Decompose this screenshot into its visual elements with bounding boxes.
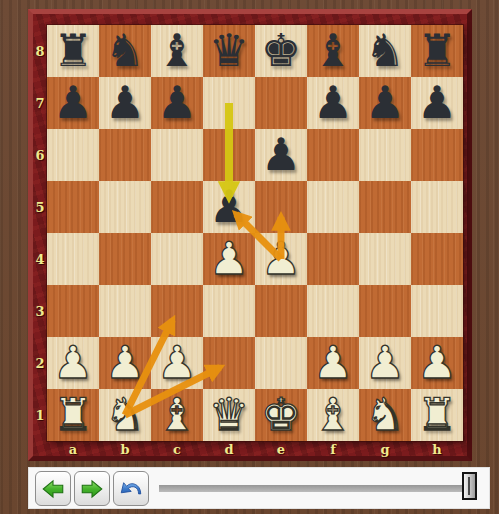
square-g4[interactable] bbox=[359, 233, 411, 285]
green-arrow-left-icon bbox=[40, 476, 66, 502]
square-d3[interactable] bbox=[203, 285, 255, 337]
square-b1[interactable]: ♞ bbox=[99, 389, 151, 441]
square-g7[interactable]: ♟ bbox=[359, 77, 411, 129]
square-f5[interactable] bbox=[307, 181, 359, 233]
piece-black-b-f8[interactable]: ♝ bbox=[313, 25, 353, 77]
file-label-f: f bbox=[307, 443, 359, 456]
piece-black-n-b8[interactable]: ♞ bbox=[105, 25, 145, 77]
piece-white-q-d1[interactable]: ♛ bbox=[209, 389, 249, 441]
square-b6[interactable] bbox=[99, 129, 151, 181]
file-label-d: d bbox=[203, 443, 255, 456]
forward-button[interactable] bbox=[74, 471, 110, 506]
piece-black-p-h7[interactable]: ♟ bbox=[417, 77, 457, 129]
square-c3[interactable] bbox=[151, 285, 203, 337]
square-e3[interactable] bbox=[255, 285, 307, 337]
square-g3[interactable] bbox=[359, 285, 411, 337]
piece-white-p-g2[interactable]: ♟ bbox=[365, 337, 405, 389]
piece-white-p-h2[interactable]: ♟ bbox=[417, 337, 457, 389]
square-a1[interactable]: ♜ bbox=[47, 389, 99, 441]
piece-black-r-h8[interactable]: ♜ bbox=[417, 25, 457, 77]
square-g5[interactable] bbox=[359, 181, 411, 233]
rank-label-8: 8 bbox=[33, 25, 47, 77]
square-e6[interactable]: ♟ bbox=[255, 129, 307, 181]
piece-black-p-g7[interactable]: ♟ bbox=[365, 77, 405, 129]
move-slider-handle[interactable] bbox=[462, 472, 477, 500]
square-g8[interactable]: ♞ bbox=[359, 25, 411, 77]
piece-black-r-a8[interactable]: ♜ bbox=[53, 25, 93, 77]
square-d6[interactable] bbox=[203, 129, 255, 181]
piece-black-p-a7[interactable]: ♟ bbox=[53, 77, 93, 129]
square-g6[interactable] bbox=[359, 129, 411, 181]
square-b5[interactable] bbox=[99, 181, 151, 233]
square-f6[interactable] bbox=[307, 129, 359, 181]
piece-black-p-e6[interactable]: ♟ bbox=[261, 129, 301, 181]
move-slider-track[interactable] bbox=[159, 485, 471, 492]
file-label-e: e bbox=[255, 443, 307, 456]
piece-black-k-e8[interactable]: ♚ bbox=[261, 25, 301, 77]
file-labels: abcdefgh bbox=[47, 443, 463, 456]
file-label-a: a bbox=[47, 443, 99, 456]
square-b8[interactable]: ♞ bbox=[99, 25, 151, 77]
square-a6[interactable] bbox=[47, 129, 99, 181]
square-b4[interactable] bbox=[99, 233, 151, 285]
square-f1[interactable]: ♝ bbox=[307, 389, 359, 441]
square-a2[interactable]: ♟ bbox=[47, 337, 99, 389]
piece-white-p-e4[interactable]: ♟ bbox=[261, 233, 301, 285]
board-grid: ♜♞♝♛♚♝♞♜♟♟♟♟♟♟♟♟♟♟♟♟♟♟♟♟♜♞♝♛♚♝♞♜ bbox=[47, 25, 463, 441]
square-c7[interactable]: ♟ bbox=[151, 77, 203, 129]
square-b7[interactable]: ♟ bbox=[99, 77, 151, 129]
square-d2[interactable] bbox=[203, 337, 255, 389]
square-h6[interactable] bbox=[411, 129, 463, 181]
rank-label-4: 4 bbox=[33, 233, 47, 285]
rank-label-3: 3 bbox=[33, 285, 47, 337]
rank-labels: 87654321 bbox=[33, 25, 47, 441]
file-label-g: g bbox=[359, 443, 411, 456]
square-e4[interactable]: ♟ bbox=[255, 233, 307, 285]
square-d5[interactable]: ♟ bbox=[203, 181, 255, 233]
green-arrow-right-icon bbox=[79, 476, 105, 502]
square-h3[interactable] bbox=[411, 285, 463, 337]
piece-white-p-b2[interactable]: ♟ bbox=[105, 337, 145, 389]
square-d8[interactable]: ♛ bbox=[203, 25, 255, 77]
square-c4[interactable] bbox=[151, 233, 203, 285]
square-b2[interactable]: ♟ bbox=[99, 337, 151, 389]
piece-black-q-d8[interactable]: ♛ bbox=[209, 25, 249, 77]
square-h7[interactable]: ♟ bbox=[411, 77, 463, 129]
piece-white-k-e1[interactable]: ♚ bbox=[261, 389, 301, 441]
piece-white-p-a2[interactable]: ♟ bbox=[53, 337, 93, 389]
square-h2[interactable]: ♟ bbox=[411, 337, 463, 389]
file-label-h: h bbox=[411, 443, 463, 456]
piece-white-p-d4[interactable]: ♟ bbox=[209, 233, 249, 285]
square-c1[interactable]: ♝ bbox=[151, 389, 203, 441]
piece-black-p-c7[interactable]: ♟ bbox=[157, 77, 197, 129]
square-a4[interactable] bbox=[47, 233, 99, 285]
square-e1[interactable]: ♚ bbox=[255, 389, 307, 441]
square-h8[interactable]: ♜ bbox=[411, 25, 463, 77]
piece-black-p-f7[interactable]: ♟ bbox=[313, 77, 353, 129]
square-a3[interactable] bbox=[47, 285, 99, 337]
square-b3[interactable] bbox=[99, 285, 151, 337]
rank-label-7: 7 bbox=[33, 77, 47, 129]
piece-white-r-a1[interactable]: ♜ bbox=[53, 389, 93, 441]
square-f7[interactable]: ♟ bbox=[307, 77, 359, 129]
file-label-b: b bbox=[99, 443, 151, 456]
square-a8[interactable]: ♜ bbox=[47, 25, 99, 77]
square-e5[interactable] bbox=[255, 181, 307, 233]
piece-white-b-c1[interactable]: ♝ bbox=[157, 389, 197, 441]
square-e8[interactable]: ♚ bbox=[255, 25, 307, 77]
piece-white-n-g1[interactable]: ♞ bbox=[365, 389, 405, 441]
piece-white-b-f1[interactable]: ♝ bbox=[313, 389, 353, 441]
square-c8[interactable]: ♝ bbox=[151, 25, 203, 77]
square-c5[interactable] bbox=[151, 181, 203, 233]
square-h1[interactable]: ♜ bbox=[411, 389, 463, 441]
piece-white-r-h1[interactable]: ♜ bbox=[417, 389, 457, 441]
square-d4[interactable]: ♟ bbox=[203, 233, 255, 285]
square-d1[interactable]: ♛ bbox=[203, 389, 255, 441]
piece-white-p-c2[interactable]: ♟ bbox=[157, 337, 197, 389]
undo-button[interactable] bbox=[113, 471, 149, 506]
piece-black-p-d5[interactable]: ♟ bbox=[209, 181, 249, 233]
back-button[interactable] bbox=[35, 471, 71, 506]
piece-white-n-b1[interactable]: ♞ bbox=[105, 389, 145, 441]
rank-label-6: 6 bbox=[33, 129, 47, 181]
square-g1[interactable]: ♞ bbox=[359, 389, 411, 441]
toolbar bbox=[28, 467, 490, 509]
square-e7[interactable] bbox=[255, 77, 307, 129]
square-g2[interactable]: ♟ bbox=[359, 337, 411, 389]
square-f2[interactable]: ♟ bbox=[307, 337, 359, 389]
square-h4[interactable] bbox=[411, 233, 463, 285]
rank-label-2: 2 bbox=[33, 337, 47, 389]
rank-label-1: 1 bbox=[33, 389, 47, 441]
square-f3[interactable] bbox=[307, 285, 359, 337]
square-h5[interactable] bbox=[411, 181, 463, 233]
piece-black-n-g8[interactable]: ♞ bbox=[365, 25, 405, 77]
square-f8[interactable]: ♝ bbox=[307, 25, 359, 77]
square-c6[interactable] bbox=[151, 129, 203, 181]
square-e2[interactable] bbox=[255, 337, 307, 389]
square-a5[interactable] bbox=[47, 181, 99, 233]
square-d7[interactable] bbox=[203, 77, 255, 129]
board-frame: 87654321 ♜♞♝♛♚♝♞♜♟♟♟♟♟♟♟♟♟♟♟♟♟♟♟♟♜♞♝♛♚♝♞… bbox=[28, 9, 472, 461]
piece-black-p-b7[interactable]: ♟ bbox=[105, 77, 145, 129]
square-c2[interactable]: ♟ bbox=[151, 337, 203, 389]
file-label-c: c bbox=[151, 443, 203, 456]
square-f4[interactable] bbox=[307, 233, 359, 285]
blue-undo-arrow-icon bbox=[118, 476, 144, 502]
piece-black-b-c8[interactable]: ♝ bbox=[157, 25, 197, 77]
piece-white-p-f2[interactable]: ♟ bbox=[313, 337, 353, 389]
square-a7[interactable]: ♟ bbox=[47, 77, 99, 129]
rank-label-5: 5 bbox=[33, 181, 47, 233]
slider-grip bbox=[468, 477, 470, 495]
